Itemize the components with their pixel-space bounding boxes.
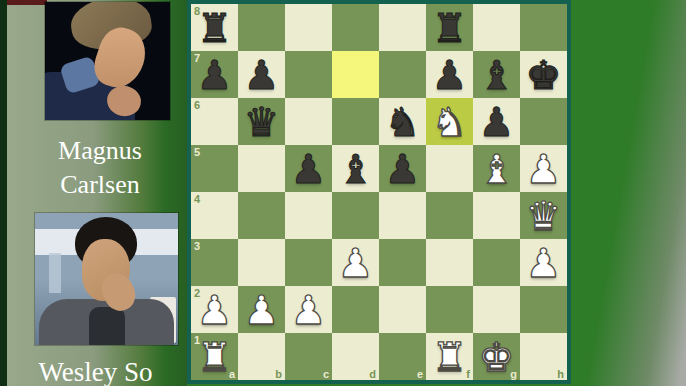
piece-black-bishop-d5[interactable]: ♝ — [332, 145, 379, 192]
file-label-h: h — [557, 368, 564, 380]
piece-white-pawn-h3[interactable]: ♟ — [520, 239, 567, 286]
file-label-d: d — [369, 368, 376, 380]
square-h7[interactable]: ♚ — [520, 51, 567, 98]
right-background — [571, 0, 686, 386]
rank-label-5: 5 — [194, 146, 200, 158]
piece-white-pawn-c2[interactable]: ♟ — [285, 286, 332, 333]
square-c1[interactable]: c — [285, 333, 332, 380]
square-e4[interactable] — [379, 192, 426, 239]
square-d8[interactable] — [332, 4, 379, 51]
square-e5[interactable]: ♟ — [379, 145, 426, 192]
square-g6[interactable]: ♟ — [473, 98, 520, 145]
square-g4[interactable] — [473, 192, 520, 239]
piece-black-rook-f8[interactable]: ♜ — [426, 4, 473, 51]
square-g3[interactable] — [473, 239, 520, 286]
square-f7[interactable]: ♟ — [426, 51, 473, 98]
piece-black-knight-e6[interactable]: ♞ — [379, 98, 426, 145]
piece-white-queen-h4[interactable]: ♛ — [520, 192, 567, 239]
square-f6[interactable]: ♞ — [426, 98, 473, 145]
square-c8[interactable] — [285, 4, 332, 51]
piece-black-pawn-b7[interactable]: ♟ — [238, 51, 285, 98]
piece-black-queen-b6[interactable]: ♛ — [238, 98, 285, 145]
square-b4[interactable] — [238, 192, 285, 239]
rank-label-6: 6 — [194, 99, 200, 111]
square-e8[interactable] — [379, 4, 426, 51]
piece-white-pawn-b2[interactable]: ♟ — [238, 286, 285, 333]
square-g1[interactable]: g♚ — [473, 333, 520, 380]
square-f1[interactable]: f♜ — [426, 333, 473, 380]
piece-white-rook-a1[interactable]: ♜ — [191, 333, 238, 380]
square-h1[interactable]: h — [520, 333, 567, 380]
carlsen-last-name: Carlsen — [30, 168, 170, 202]
square-h8[interactable] — [520, 4, 567, 51]
rank-label-4: 4 — [194, 193, 200, 205]
square-b7[interactable]: ♟ — [238, 51, 285, 98]
square-e3[interactable] — [379, 239, 426, 286]
square-g8[interactable] — [473, 4, 520, 51]
square-h3[interactable]: ♟ — [520, 239, 567, 286]
left-edge-strip — [0, 0, 7, 386]
square-h5[interactable]: ♟ — [520, 145, 567, 192]
square-c3[interactable] — [285, 239, 332, 286]
chess-board: 8♜♜7♟♟♟♝♚6♛♞♞♟5♟♝♟♝♟4♛3♟♟2♟♟♟1a♜bcdef♜g♚… — [187, 0, 571, 384]
square-c6[interactable] — [285, 98, 332, 145]
square-b2[interactable]: ♟ — [238, 286, 285, 333]
square-d7[interactable] — [332, 51, 379, 98]
square-f8[interactable]: ♜ — [426, 4, 473, 51]
square-a5[interactable]: 5 — [191, 145, 238, 192]
so-photo — [35, 213, 178, 345]
square-h2[interactable] — [520, 286, 567, 333]
square-b8[interactable] — [238, 4, 285, 51]
square-b6[interactable]: ♛ — [238, 98, 285, 145]
piece-white-bishop-g5[interactable]: ♝ — [473, 145, 520, 192]
file-label-c: c — [323, 368, 329, 380]
piece-black-pawn-e5[interactable]: ♟ — [379, 145, 426, 192]
square-e6[interactable]: ♞ — [379, 98, 426, 145]
square-h6[interactable] — [520, 98, 567, 145]
players-panel: Magnus Carlsen Wesley So — [0, 0, 187, 386]
carlsen-photo — [45, 2, 170, 120]
piece-black-pawn-c5[interactable]: ♟ — [285, 145, 332, 192]
square-a4[interactable]: 4 — [191, 192, 238, 239]
piece-white-pawn-h5[interactable]: ♟ — [520, 145, 567, 192]
piece-white-king-g1[interactable]: ♚ — [473, 333, 520, 380]
square-d4[interactable] — [332, 192, 379, 239]
file-label-b: b — [275, 368, 282, 380]
square-e7[interactable] — [379, 51, 426, 98]
rank-label-3: 3 — [194, 240, 200, 252]
square-a7[interactable]: 7♟ — [191, 51, 238, 98]
piece-white-knight-f6[interactable]: ♞ — [426, 98, 473, 145]
piece-white-pawn-d3[interactable]: ♟ — [332, 239, 379, 286]
square-d3[interactable]: ♟ — [332, 239, 379, 286]
top-left-sliver — [7, 0, 47, 5]
square-a2[interactable]: 2♟ — [191, 286, 238, 333]
square-g5[interactable]: ♝ — [473, 145, 520, 192]
carlsen-first-name: Magnus — [30, 134, 170, 168]
square-a3[interactable]: 3 — [191, 239, 238, 286]
square-b3[interactable] — [238, 239, 285, 286]
square-d5[interactable]: ♝ — [332, 145, 379, 192]
square-f5[interactable] — [426, 145, 473, 192]
square-c4[interactable] — [285, 192, 332, 239]
square-f2[interactable] — [426, 286, 473, 333]
piece-black-pawn-a7[interactable]: ♟ — [191, 51, 238, 98]
square-f4[interactable] — [426, 192, 473, 239]
square-h4[interactable]: ♛ — [520, 192, 567, 239]
piece-black-pawn-g6[interactable]: ♟ — [473, 98, 520, 145]
piece-black-pawn-f7[interactable]: ♟ — [426, 51, 473, 98]
carlsen-name-banner: Magnus Carlsen — [30, 130, 170, 208]
square-d1[interactable]: d — [332, 333, 379, 380]
so-shirt — [89, 307, 125, 345]
square-a6[interactable]: 6 — [191, 98, 238, 145]
piece-black-king-h7[interactable]: ♚ — [520, 51, 567, 98]
square-a8[interactable]: 8♜ — [191, 4, 238, 51]
square-e2[interactable] — [379, 286, 426, 333]
square-d6[interactable] — [332, 98, 379, 145]
square-b1[interactable]: b — [238, 333, 285, 380]
piece-black-rook-a8[interactable]: ♜ — [191, 4, 238, 51]
piece-white-pawn-a2[interactable]: ♟ — [191, 286, 238, 333]
so-name-banner: Wesley So — [18, 350, 173, 386]
so-background-flag — [49, 253, 61, 293]
square-c5[interactable]: ♟ — [285, 145, 332, 192]
square-a1[interactable]: 1a♜ — [191, 333, 238, 380]
square-c2[interactable]: ♟ — [285, 286, 332, 333]
square-b5[interactable] — [238, 145, 285, 192]
square-c7[interactable] — [285, 51, 332, 98]
square-g2[interactable] — [473, 286, 520, 333]
piece-black-bishop-g7[interactable]: ♝ — [473, 51, 520, 98]
piece-white-rook-f1[interactable]: ♜ — [426, 333, 473, 380]
square-g7[interactable]: ♝ — [473, 51, 520, 98]
square-f3[interactable] — [426, 239, 473, 286]
so-name: Wesley So — [18, 356, 173, 386]
square-e1[interactable]: e — [379, 333, 426, 380]
file-label-e: e — [417, 368, 423, 380]
square-d2[interactable] — [332, 286, 379, 333]
